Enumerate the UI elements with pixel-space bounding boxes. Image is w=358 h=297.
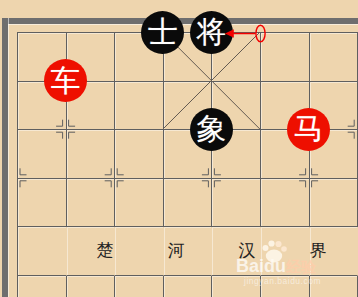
piece-black-elephant: 象 [190,108,233,151]
watermark-brand-cn: 经验 [286,258,316,276]
board-cell [164,276,213,297]
board-cell [115,179,164,228]
watermark-brand: Bai du经验 [236,256,316,277]
board-cell [164,179,213,228]
board-cell [67,179,116,228]
board-cell [18,130,67,179]
river-char: 楚 [97,239,114,262]
piece-red-horse: 马 [287,108,330,151]
baidu-paw-icon [261,239,288,263]
piece-black-advisor: 士 [141,11,184,54]
board-cell [67,130,116,179]
board-cell [115,130,164,179]
xiangqi-board-diagram: 士将象车马 楚河汉界 Bai du经验 jingyan.baidu.com [0,0,358,297]
watermark-brand-bai: Bai [236,256,264,276]
board-cell [310,179,358,228]
board-cell [18,179,67,228]
river-char: 河 [168,239,185,262]
board-cell [18,276,67,297]
watermark-url: jingyan.baidu.com [244,276,321,286]
board-frame-left [2,18,8,297]
board-cell [310,33,358,82]
board-cell [115,227,164,276]
board-cell [115,276,164,297]
piece-black-general: 将 [190,11,233,54]
board-cell [212,179,261,228]
piece-red-chariot: 车 [44,59,87,102]
board-cell [18,227,67,276]
board-cell [261,179,310,228]
board-cell [67,276,116,297]
board-cell [115,82,164,131]
board-cell [261,33,310,82]
